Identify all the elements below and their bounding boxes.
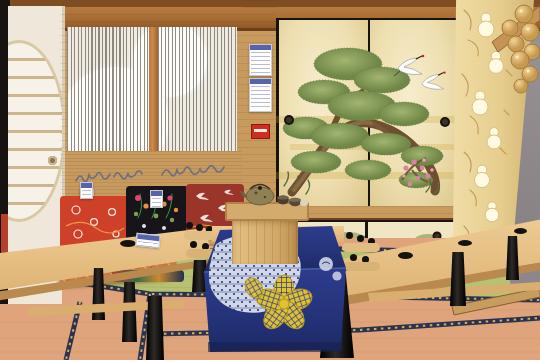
bench-tag-2 [150, 190, 163, 208]
door-pull-icon [48, 156, 57, 165]
japanese-room-photo [0, 0, 540, 360]
bench-tag-1 [80, 182, 93, 199]
lattice-panel-area [67, 27, 237, 151]
teapot-icon [238, 182, 308, 208]
pine-crane-painting [276, 20, 458, 206]
tea-box [232, 214, 298, 264]
pillar-tag-2 [249, 78, 272, 112]
table-tag [135, 233, 160, 248]
pillar-tag-1 [249, 44, 272, 76]
fusuma-unit [276, 18, 458, 206]
fan-window [8, 40, 65, 222]
pillar-tag-red [251, 124, 270, 139]
lattice-mid-stile [149, 27, 158, 151]
gourd-cluster-icon [488, 0, 540, 100]
